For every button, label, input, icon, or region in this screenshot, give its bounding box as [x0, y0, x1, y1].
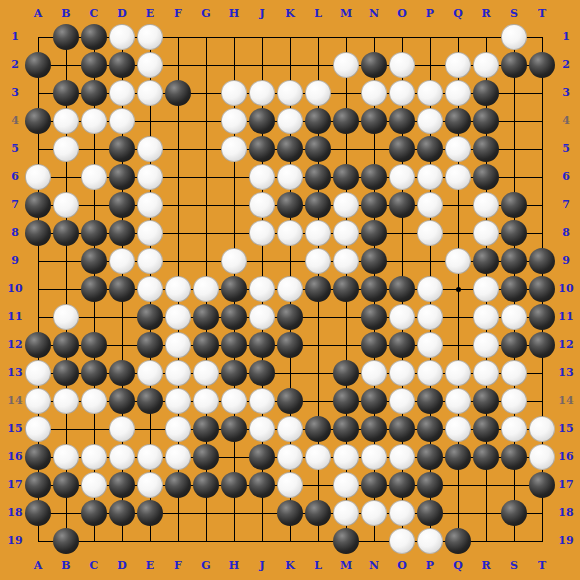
intersection-O1[interactable] — [388, 23, 416, 51]
intersection-A16[interactable] — [24, 443, 52, 471]
intersection-G8[interactable] — [192, 219, 220, 247]
intersection-N14[interactable] — [360, 387, 388, 415]
intersection-L2[interactable] — [304, 51, 332, 79]
intersection-O12[interactable] — [388, 331, 416, 359]
intersection-G7[interactable] — [192, 191, 220, 219]
intersection-T15[interactable] — [528, 415, 556, 443]
intersection-J17[interactable] — [248, 471, 276, 499]
intersection-F2[interactable] — [164, 51, 192, 79]
intersection-P16[interactable] — [416, 443, 444, 471]
intersection-Q2[interactable] — [444, 51, 472, 79]
intersection-N18[interactable] — [360, 499, 388, 527]
intersection-B6[interactable] — [52, 163, 80, 191]
intersection-P11[interactable] — [416, 303, 444, 331]
intersection-T14[interactable] — [528, 387, 556, 415]
intersection-T10[interactable] — [528, 275, 556, 303]
intersection-E18[interactable] — [136, 499, 164, 527]
intersection-K2[interactable] — [276, 51, 304, 79]
intersection-Q17[interactable] — [444, 471, 472, 499]
intersection-F6[interactable] — [164, 163, 192, 191]
intersection-M9[interactable] — [332, 247, 360, 275]
intersection-T12[interactable] — [528, 331, 556, 359]
intersection-E13[interactable] — [136, 359, 164, 387]
intersection-C16[interactable] — [80, 443, 108, 471]
intersection-B8[interactable] — [52, 219, 80, 247]
intersection-D12[interactable] — [108, 331, 136, 359]
intersection-P12[interactable] — [416, 331, 444, 359]
intersection-H6[interactable] — [220, 163, 248, 191]
intersection-E16[interactable] — [136, 443, 164, 471]
intersection-R11[interactable] — [472, 303, 500, 331]
intersection-E10[interactable] — [136, 275, 164, 303]
intersection-D8[interactable] — [108, 219, 136, 247]
intersection-E11[interactable] — [136, 303, 164, 331]
intersection-O10[interactable] — [388, 275, 416, 303]
intersection-B14[interactable] — [52, 387, 80, 415]
intersection-N5[interactable] — [360, 135, 388, 163]
intersection-H4[interactable] — [220, 107, 248, 135]
intersection-Q14[interactable] — [444, 387, 472, 415]
intersection-Q16[interactable] — [444, 443, 472, 471]
intersection-R18[interactable] — [472, 499, 500, 527]
intersection-O8[interactable] — [388, 219, 416, 247]
intersection-N15[interactable] — [360, 415, 388, 443]
intersection-M12[interactable] — [332, 331, 360, 359]
intersection-B3[interactable] — [52, 79, 80, 107]
intersection-S7[interactable] — [500, 191, 528, 219]
intersection-F1[interactable] — [164, 23, 192, 51]
intersection-E6[interactable] — [136, 163, 164, 191]
intersection-M2[interactable] — [332, 51, 360, 79]
intersection-J10[interactable] — [248, 275, 276, 303]
intersection-J19[interactable] — [248, 527, 276, 555]
intersection-A15[interactable] — [24, 415, 52, 443]
intersection-R19[interactable] — [472, 527, 500, 555]
intersection-E7[interactable] — [136, 191, 164, 219]
intersection-N4[interactable] — [360, 107, 388, 135]
intersection-Q7[interactable] — [444, 191, 472, 219]
intersection-G1[interactable] — [192, 23, 220, 51]
intersection-B1[interactable] — [52, 23, 80, 51]
intersection-R2[interactable] — [472, 51, 500, 79]
intersection-M15[interactable] — [332, 415, 360, 443]
intersection-A12[interactable] — [24, 331, 52, 359]
intersection-N6[interactable] — [360, 163, 388, 191]
intersection-E14[interactable] — [136, 387, 164, 415]
intersection-M7[interactable] — [332, 191, 360, 219]
intersection-O14[interactable] — [388, 387, 416, 415]
intersection-K4[interactable] — [276, 107, 304, 135]
intersection-C19[interactable] — [80, 527, 108, 555]
intersection-S16[interactable] — [500, 443, 528, 471]
intersection-H1[interactable] — [220, 23, 248, 51]
intersection-H14[interactable] — [220, 387, 248, 415]
intersection-B15[interactable] — [52, 415, 80, 443]
intersection-O5[interactable] — [388, 135, 416, 163]
intersection-N2[interactable] — [360, 51, 388, 79]
intersection-J13[interactable] — [248, 359, 276, 387]
intersection-O7[interactable] — [388, 191, 416, 219]
intersection-K9[interactable] — [276, 247, 304, 275]
intersection-N16[interactable] — [360, 443, 388, 471]
intersection-S8[interactable] — [500, 219, 528, 247]
intersection-E3[interactable] — [136, 79, 164, 107]
intersection-L16[interactable] — [304, 443, 332, 471]
intersection-H2[interactable] — [220, 51, 248, 79]
intersection-F15[interactable] — [164, 415, 192, 443]
intersection-C12[interactable] — [80, 331, 108, 359]
intersection-M1[interactable] — [332, 23, 360, 51]
intersection-A4[interactable] — [24, 107, 52, 135]
intersection-D9[interactable] — [108, 247, 136, 275]
intersection-F7[interactable] — [164, 191, 192, 219]
intersection-G4[interactable] — [192, 107, 220, 135]
intersection-H16[interactable] — [220, 443, 248, 471]
intersection-M17[interactable] — [332, 471, 360, 499]
intersection-O3[interactable] — [388, 79, 416, 107]
intersection-D18[interactable] — [108, 499, 136, 527]
intersection-H9[interactable] — [220, 247, 248, 275]
intersection-N19[interactable] — [360, 527, 388, 555]
intersection-E1[interactable] — [136, 23, 164, 51]
intersection-C13[interactable] — [80, 359, 108, 387]
intersection-R13[interactable] — [472, 359, 500, 387]
intersection-G18[interactable] — [192, 499, 220, 527]
intersection-R4[interactable] — [472, 107, 500, 135]
intersection-B9[interactable] — [52, 247, 80, 275]
intersection-T19[interactable] — [528, 527, 556, 555]
intersection-K15[interactable] — [276, 415, 304, 443]
intersection-J5[interactable] — [248, 135, 276, 163]
intersection-A10[interactable] — [24, 275, 52, 303]
intersection-A9[interactable] — [24, 247, 52, 275]
intersection-N12[interactable] — [360, 331, 388, 359]
intersection-P3[interactable] — [416, 79, 444, 107]
intersection-P15[interactable] — [416, 415, 444, 443]
intersection-A7[interactable] — [24, 191, 52, 219]
intersection-Q3[interactable] — [444, 79, 472, 107]
intersection-H7[interactable] — [220, 191, 248, 219]
intersection-D3[interactable] — [108, 79, 136, 107]
intersection-L13[interactable] — [304, 359, 332, 387]
intersection-O9[interactable] — [388, 247, 416, 275]
intersection-O18[interactable] — [388, 499, 416, 527]
intersection-D1[interactable] — [108, 23, 136, 51]
intersection-E12[interactable] — [136, 331, 164, 359]
intersection-D2[interactable] — [108, 51, 136, 79]
intersection-C7[interactable] — [80, 191, 108, 219]
intersection-F10[interactable] — [164, 275, 192, 303]
intersection-O4[interactable] — [388, 107, 416, 135]
intersection-N13[interactable] — [360, 359, 388, 387]
intersection-O11[interactable] — [388, 303, 416, 331]
intersection-A1[interactable] — [24, 23, 52, 51]
intersection-K7[interactable] — [276, 191, 304, 219]
intersection-G9[interactable] — [192, 247, 220, 275]
intersection-S5[interactable] — [500, 135, 528, 163]
intersection-M19[interactable] — [332, 527, 360, 555]
intersection-G12[interactable] — [192, 331, 220, 359]
intersection-F4[interactable] — [164, 107, 192, 135]
intersection-G13[interactable] — [192, 359, 220, 387]
intersection-A19[interactable] — [24, 527, 52, 555]
intersection-Q19[interactable] — [444, 527, 472, 555]
intersection-R14[interactable] — [472, 387, 500, 415]
intersection-C5[interactable] — [80, 135, 108, 163]
intersection-P10[interactable] — [416, 275, 444, 303]
intersection-F16[interactable] — [164, 443, 192, 471]
intersection-H13[interactable] — [220, 359, 248, 387]
intersection-L17[interactable] — [304, 471, 332, 499]
intersection-M10[interactable] — [332, 275, 360, 303]
intersection-M18[interactable] — [332, 499, 360, 527]
intersection-C14[interactable] — [80, 387, 108, 415]
intersection-C17[interactable] — [80, 471, 108, 499]
intersection-F18[interactable] — [164, 499, 192, 527]
intersection-H12[interactable] — [220, 331, 248, 359]
intersection-T9[interactable] — [528, 247, 556, 275]
intersection-M6[interactable] — [332, 163, 360, 191]
intersection-J8[interactable] — [248, 219, 276, 247]
intersection-C4[interactable] — [80, 107, 108, 135]
intersection-K12[interactable] — [276, 331, 304, 359]
intersection-T11[interactable] — [528, 303, 556, 331]
intersection-T1[interactable] — [528, 23, 556, 51]
intersection-T8[interactable] — [528, 219, 556, 247]
intersection-A13[interactable] — [24, 359, 52, 387]
intersection-S10[interactable] — [500, 275, 528, 303]
intersection-G15[interactable] — [192, 415, 220, 443]
intersection-A11[interactable] — [24, 303, 52, 331]
intersection-D6[interactable] — [108, 163, 136, 191]
intersection-O13[interactable] — [388, 359, 416, 387]
intersection-J9[interactable] — [248, 247, 276, 275]
intersection-E8[interactable] — [136, 219, 164, 247]
intersection-N8[interactable] — [360, 219, 388, 247]
intersection-D13[interactable] — [108, 359, 136, 387]
intersection-S11[interactable] — [500, 303, 528, 331]
intersection-T4[interactable] — [528, 107, 556, 135]
intersection-B10[interactable] — [52, 275, 80, 303]
intersection-R6[interactable] — [472, 163, 500, 191]
intersection-A6[interactable] — [24, 163, 52, 191]
intersection-O15[interactable] — [388, 415, 416, 443]
intersection-R5[interactable] — [472, 135, 500, 163]
intersection-J2[interactable] — [248, 51, 276, 79]
intersection-L19[interactable] — [304, 527, 332, 555]
intersection-B7[interactable] — [52, 191, 80, 219]
intersection-A17[interactable] — [24, 471, 52, 499]
intersection-P19[interactable] — [416, 527, 444, 555]
intersection-H15[interactable] — [220, 415, 248, 443]
intersection-T13[interactable] — [528, 359, 556, 387]
intersection-S13[interactable] — [500, 359, 528, 387]
intersection-B16[interactable] — [52, 443, 80, 471]
intersection-N7[interactable] — [360, 191, 388, 219]
intersection-Q11[interactable] — [444, 303, 472, 331]
intersection-N11[interactable] — [360, 303, 388, 331]
intersection-B4[interactable] — [52, 107, 80, 135]
intersection-Q15[interactable] — [444, 415, 472, 443]
intersection-D5[interactable] — [108, 135, 136, 163]
intersection-F12[interactable] — [164, 331, 192, 359]
intersection-J15[interactable] — [248, 415, 276, 443]
intersection-K16[interactable] — [276, 443, 304, 471]
intersection-F9[interactable] — [164, 247, 192, 275]
intersection-K18[interactable] — [276, 499, 304, 527]
intersection-N17[interactable] — [360, 471, 388, 499]
intersection-A8[interactable] — [24, 219, 52, 247]
intersection-Q9[interactable] — [444, 247, 472, 275]
intersection-H8[interactable] — [220, 219, 248, 247]
intersection-K6[interactable] — [276, 163, 304, 191]
intersection-C15[interactable] — [80, 415, 108, 443]
intersection-M14[interactable] — [332, 387, 360, 415]
intersection-D14[interactable] — [108, 387, 136, 415]
intersection-P14[interactable] — [416, 387, 444, 415]
intersection-B18[interactable] — [52, 499, 80, 527]
intersection-L1[interactable] — [304, 23, 332, 51]
intersection-N9[interactable] — [360, 247, 388, 275]
intersection-E5[interactable] — [136, 135, 164, 163]
intersection-Q5[interactable] — [444, 135, 472, 163]
intersection-K19[interactable] — [276, 527, 304, 555]
intersection-M4[interactable] — [332, 107, 360, 135]
intersection-K5[interactable] — [276, 135, 304, 163]
intersection-T3[interactable] — [528, 79, 556, 107]
intersection-L15[interactable] — [304, 415, 332, 443]
intersection-D15[interactable] — [108, 415, 136, 443]
intersection-Q6[interactable] — [444, 163, 472, 191]
intersection-O17[interactable] — [388, 471, 416, 499]
intersection-P13[interactable] — [416, 359, 444, 387]
intersection-T17[interactable] — [528, 471, 556, 499]
intersection-C8[interactable] — [80, 219, 108, 247]
intersection-G14[interactable] — [192, 387, 220, 415]
intersection-J11[interactable] — [248, 303, 276, 331]
intersection-B11[interactable] — [52, 303, 80, 331]
intersection-C11[interactable] — [80, 303, 108, 331]
intersection-J16[interactable] — [248, 443, 276, 471]
intersection-S9[interactable] — [500, 247, 528, 275]
intersection-M5[interactable] — [332, 135, 360, 163]
intersection-R8[interactable] — [472, 219, 500, 247]
intersection-R7[interactable] — [472, 191, 500, 219]
intersection-F14[interactable] — [164, 387, 192, 415]
intersection-P5[interactable] — [416, 135, 444, 163]
intersection-G19[interactable] — [192, 527, 220, 555]
intersection-H17[interactable] — [220, 471, 248, 499]
intersection-A5[interactable] — [24, 135, 52, 163]
intersection-G3[interactable] — [192, 79, 220, 107]
intersection-L3[interactable] — [304, 79, 332, 107]
intersection-E17[interactable] — [136, 471, 164, 499]
intersection-H10[interactable] — [220, 275, 248, 303]
intersection-T18[interactable] — [528, 499, 556, 527]
intersection-G5[interactable] — [192, 135, 220, 163]
intersection-N1[interactable] — [360, 23, 388, 51]
intersection-S19[interactable] — [500, 527, 528, 555]
intersection-B5[interactable] — [52, 135, 80, 163]
intersection-J14[interactable] — [248, 387, 276, 415]
intersection-R1[interactable] — [472, 23, 500, 51]
intersection-G2[interactable] — [192, 51, 220, 79]
intersection-M8[interactable] — [332, 219, 360, 247]
intersection-D19[interactable] — [108, 527, 136, 555]
intersection-M13[interactable] — [332, 359, 360, 387]
intersection-A18[interactable] — [24, 499, 52, 527]
intersection-H11[interactable] — [220, 303, 248, 331]
intersection-K3[interactable] — [276, 79, 304, 107]
intersection-F13[interactable] — [164, 359, 192, 387]
intersection-Q4[interactable] — [444, 107, 472, 135]
intersection-L12[interactable] — [304, 331, 332, 359]
intersection-T6[interactable] — [528, 163, 556, 191]
intersection-J7[interactable] — [248, 191, 276, 219]
intersection-T2[interactable] — [528, 51, 556, 79]
intersection-C6[interactable] — [80, 163, 108, 191]
intersection-D4[interactable] — [108, 107, 136, 135]
intersection-K13[interactable] — [276, 359, 304, 387]
intersection-S15[interactable] — [500, 415, 528, 443]
intersection-D17[interactable] — [108, 471, 136, 499]
intersection-L9[interactable] — [304, 247, 332, 275]
intersection-F8[interactable] — [164, 219, 192, 247]
intersection-B2[interactable] — [52, 51, 80, 79]
intersection-P7[interactable] — [416, 191, 444, 219]
intersection-R15[interactable] — [472, 415, 500, 443]
intersection-N3[interactable] — [360, 79, 388, 107]
intersection-K1[interactable] — [276, 23, 304, 51]
intersection-S12[interactable] — [500, 331, 528, 359]
intersection-S2[interactable] — [500, 51, 528, 79]
intersection-O19[interactable] — [388, 527, 416, 555]
intersection-K17[interactable] — [276, 471, 304, 499]
intersection-Q18[interactable] — [444, 499, 472, 527]
intersection-P9[interactable] — [416, 247, 444, 275]
intersection-L14[interactable] — [304, 387, 332, 415]
intersection-T16[interactable] — [528, 443, 556, 471]
intersection-R16[interactable] — [472, 443, 500, 471]
intersection-N10[interactable] — [360, 275, 388, 303]
intersection-D11[interactable] — [108, 303, 136, 331]
intersection-H18[interactable] — [220, 499, 248, 527]
intersection-J12[interactable] — [248, 331, 276, 359]
intersection-D7[interactable] — [108, 191, 136, 219]
intersection-E2[interactable] — [136, 51, 164, 79]
intersection-P6[interactable] — [416, 163, 444, 191]
intersection-L10[interactable] — [304, 275, 332, 303]
intersection-O16[interactable] — [388, 443, 416, 471]
intersection-P18[interactable] — [416, 499, 444, 527]
intersection-G6[interactable] — [192, 163, 220, 191]
intersection-E19[interactable] — [136, 527, 164, 555]
intersection-S1[interactable] — [500, 23, 528, 51]
intersection-G17[interactable] — [192, 471, 220, 499]
intersection-Q13[interactable] — [444, 359, 472, 387]
intersection-R10[interactable] — [472, 275, 500, 303]
intersection-K10[interactable] — [276, 275, 304, 303]
intersection-P1[interactable] — [416, 23, 444, 51]
intersection-S3[interactable] — [500, 79, 528, 107]
intersection-G11[interactable] — [192, 303, 220, 331]
intersection-J1[interactable] — [248, 23, 276, 51]
intersection-Q10[interactable] — [444, 275, 472, 303]
intersection-F19[interactable] — [164, 527, 192, 555]
intersection-D10[interactable] — [108, 275, 136, 303]
intersection-A14[interactable] — [24, 387, 52, 415]
intersection-C18[interactable] — [80, 499, 108, 527]
